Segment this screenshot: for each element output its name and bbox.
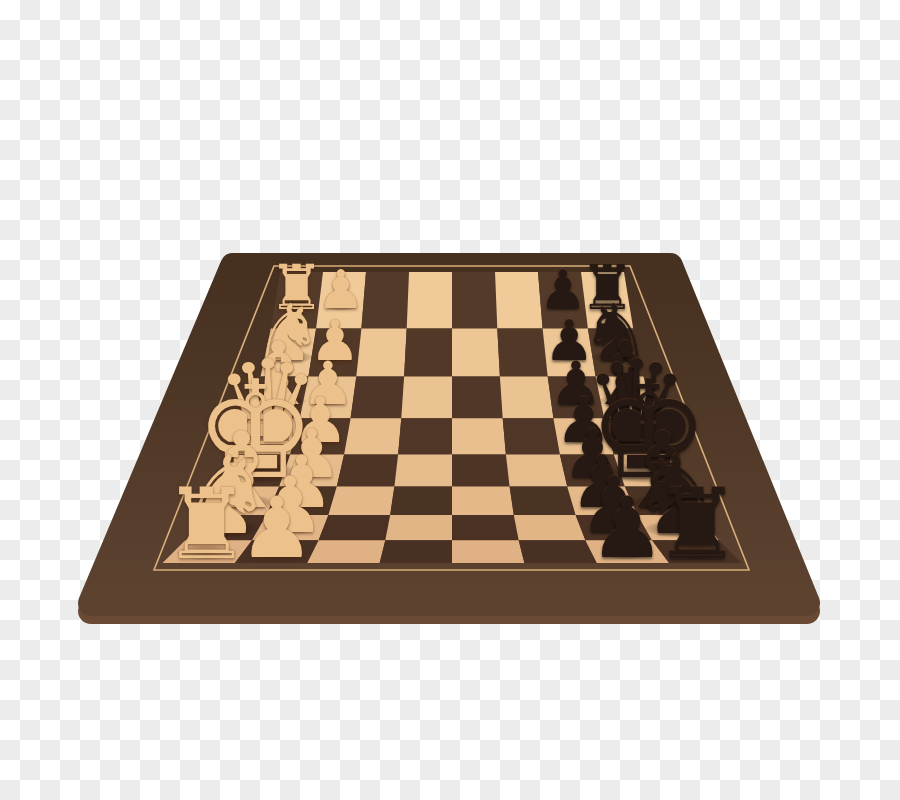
board-square[interactable] <box>356 328 406 376</box>
board-square[interactable] <box>344 418 401 454</box>
board-square[interactable] <box>361 272 409 328</box>
chess-board <box>0 0 900 800</box>
piece-white-pawn[interactable]: ♟ <box>239 486 314 570</box>
board-square[interactable] <box>394 455 452 487</box>
board-square[interactable] <box>495 272 543 328</box>
board-square[interactable] <box>506 455 567 487</box>
board-square[interactable] <box>452 272 497 328</box>
board-square[interactable] <box>380 540 452 563</box>
board-square[interactable] <box>452 377 503 419</box>
piece-white-rook[interactable]: ♜ <box>163 474 251 572</box>
board-square[interactable] <box>500 377 554 419</box>
board-square[interactable] <box>497 328 547 376</box>
board-square[interactable] <box>452 515 519 540</box>
board-square[interactable] <box>404 328 452 376</box>
board-square[interactable] <box>452 540 524 563</box>
board-square[interactable] <box>503 418 560 454</box>
piece-black-rook[interactable]: ♜ <box>653 474 741 572</box>
scene: ♜♞♝♛♚♝♞♜♟♟♟♟♟♟♟♟♟♟♟♟♟♟♟♟♜♞♝♛♚♝♞♜ <box>0 0 900 800</box>
board-square[interactable] <box>452 418 506 454</box>
board-square[interactable] <box>337 455 398 487</box>
board-square[interactable] <box>401 377 452 419</box>
board-square[interactable] <box>351 377 405 419</box>
board-square[interactable] <box>398 418 452 454</box>
chessboard-photo: ♜♞♝♛♚♝♞♜♟♟♟♟♟♟♟♟♟♟♟♟♟♟♟♟♜♞♝♛♚♝♞♜ <box>0 0 900 800</box>
board-square[interactable] <box>452 455 510 487</box>
board-square[interactable] <box>452 328 500 376</box>
board-square[interactable] <box>452 487 514 515</box>
board-square[interactable] <box>407 272 452 328</box>
board-square[interactable] <box>385 515 452 540</box>
board-square[interactable] <box>390 487 452 515</box>
